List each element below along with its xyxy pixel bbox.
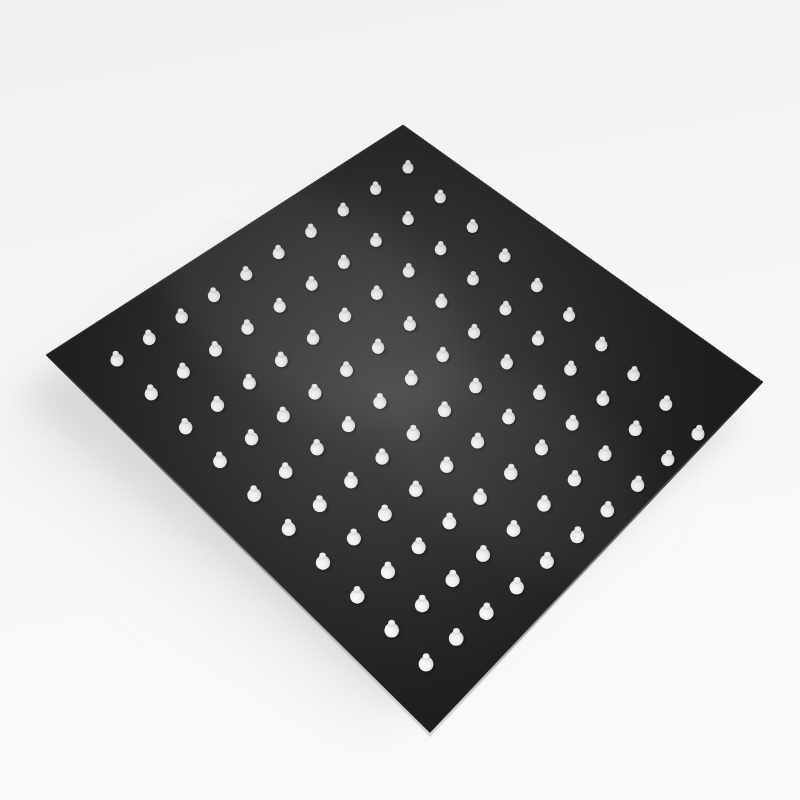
shower-head-scene xyxy=(0,0,800,800)
product-photo xyxy=(0,0,800,800)
